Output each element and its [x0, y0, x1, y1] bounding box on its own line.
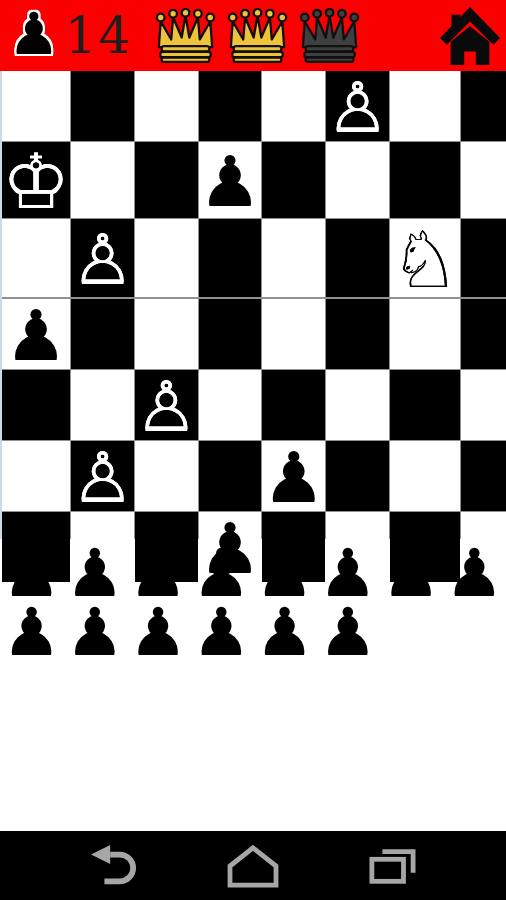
tray-slot-r0c7: ♟: [443, 544, 506, 603]
tray-slot-r1c0: ♟: [0, 603, 63, 662]
board-square-r5c0[interactable]: [2, 370, 70, 440]
board-square-r1c1[interactable]: [71, 142, 134, 218]
tray-slot-r1c2: ♟: [127, 603, 190, 662]
board-square-r4c3[interactable]: [199, 299, 262, 369]
board-square-r0c1[interactable]: [71, 71, 134, 141]
board-square-r2c3[interactable]: [199, 219, 262, 297]
board-square-r4c7[interactable]: [461, 299, 506, 369]
board-square-r5c4[interactable]: [262, 370, 325, 440]
board-square-r6c2[interactable]: [135, 441, 198, 511]
tray-slot-r1c6: [380, 603, 443, 662]
home-icon: [439, 4, 501, 68]
gray-queen-icon: [299, 8, 360, 63]
recents-button[interactable]: [364, 843, 420, 889]
board-square-r2c5[interactable]: [326, 219, 389, 297]
tray-slot-r1c5: ♟: [316, 603, 379, 662]
rating-queens: [155, 8, 360, 63]
reserve-black-pawn[interactable]: ♟: [382, 541, 441, 607]
tray-slot-r0c6: ♟: [380, 544, 443, 603]
reserve-black-pawn[interactable]: ♟: [65, 600, 124, 666]
board-square-r0c3[interactable]: [199, 71, 262, 141]
white-pawn[interactable]: ♙: [71, 443, 134, 513]
reserve-black-pawn[interactable]: ♟: [255, 600, 314, 666]
black-pawn-icon: ♟: [8, 5, 60, 63]
board-square-r2c7[interactable]: [461, 219, 506, 297]
reserve-black-pawn[interactable]: ♟: [2, 600, 61, 666]
board-square-r1c4[interactable]: [262, 142, 325, 218]
board-square-r0c7[interactable]: [461, 71, 506, 141]
board-square-r1c5[interactable]: [326, 142, 389, 218]
board-square-r2c0[interactable]: [2, 219, 70, 297]
level-number: 14: [65, 11, 133, 61]
home-button[interactable]: [439, 4, 501, 68]
board-square-r0c0[interactable]: [2, 71, 70, 141]
board-square-r2c6[interactable]: ♘: [390, 219, 460, 297]
board-square-r0c2[interactable]: [135, 71, 198, 141]
board-square-r6c0[interactable]: [2, 441, 70, 511]
board-square-r4c1[interactable]: [71, 299, 134, 369]
white-pawn[interactable]: ♙: [326, 73, 389, 143]
recents-icon: [364, 843, 420, 889]
black-pawn[interactable]: ♟: [199, 147, 262, 217]
board-square-r6c7[interactable]: [461, 441, 506, 511]
board-square-r5c3[interactable]: [199, 370, 262, 440]
board-square-r4c2[interactable]: [135, 299, 198, 369]
gold-queen-icon: [155, 8, 216, 63]
board-square-r0c6[interactable]: [390, 71, 460, 141]
board-square-r4c4[interactable]: [262, 299, 325, 369]
white-pawn[interactable]: ♙: [135, 372, 198, 442]
board-square-r5c5[interactable]: [326, 370, 389, 440]
board-square-r6c3[interactable]: [199, 441, 262, 511]
board-square-r5c6[interactable]: [390, 370, 460, 440]
reserve-black-pawn[interactable]: ♟: [192, 600, 251, 666]
gold-queen-icon: [227, 8, 288, 63]
app-screen: ♟ 14: [0, 0, 506, 900]
board-square-r4c6[interactable]: [390, 299, 460, 369]
board-square-r2c2[interactable]: [135, 219, 198, 297]
board-square-r4c5[interactable]: [326, 299, 389, 369]
tray-slot-r1c4: ♟: [253, 603, 316, 662]
board-square-r5c7[interactable]: [461, 370, 506, 440]
back-icon: [86, 843, 142, 889]
board-square-r1c3[interactable]: ♟: [199, 142, 262, 218]
header: ♟ 14: [0, 0, 506, 71]
board-square-r0c4[interactable]: [262, 71, 325, 141]
board-square-r0c5[interactable]: ♙: [326, 71, 389, 141]
home-nav-icon: [225, 843, 281, 889]
board-square-r6c1[interactable]: ♙: [71, 441, 134, 511]
chessboard: ♙♔♟♙♘♟♙♙♟♟: [0, 71, 506, 539]
android-navbar: [0, 831, 506, 900]
reserve-black-pawn[interactable]: ♟: [318, 600, 377, 666]
board-square-r6c5[interactable]: [326, 441, 389, 511]
black-pawn[interactable]: ♟: [5, 301, 68, 371]
board-square-r1c6[interactable]: [390, 142, 460, 218]
board-square-r1c7[interactable]: [461, 142, 506, 218]
board-square-r6c6[interactable]: [390, 441, 460, 511]
white-king[interactable]: ♔: [2, 144, 70, 220]
reserve-black-pawn[interactable]: ♟: [129, 600, 188, 666]
reserve-black-pawn[interactable]: ♟: [445, 541, 504, 607]
board-square-r6c4[interactable]: ♟: [262, 441, 325, 511]
board-square-r5c2[interactable]: ♙: [135, 370, 198, 440]
back-button[interactable]: [86, 843, 142, 889]
tray-slot-r1c3: ♟: [190, 603, 253, 662]
white-knight[interactable]: ♘: [390, 221, 460, 299]
tray-slot-r1c7: [443, 603, 506, 662]
board-square-r4c0[interactable]: ♟: [2, 299, 70, 369]
home-nav-button[interactable]: [225, 843, 281, 889]
board-square-r7c3[interactable]: ♟: [199, 512, 262, 582]
board-square-r2c4[interactable]: [262, 219, 325, 297]
board-square-r2c1[interactable]: ♙: [71, 219, 134, 297]
black-pawn[interactable]: ♟: [199, 514, 262, 584]
black-pawn[interactable]: ♟: [262, 443, 325, 513]
white-pawn[interactable]: ♙: [71, 225, 134, 295]
board-square-r1c2[interactable]: [135, 142, 198, 218]
board-square-r5c1[interactable]: [71, 370, 134, 440]
board-square-r1c0[interactable]: ♔: [2, 142, 70, 218]
tray-slot-r1c1: ♟: [63, 603, 126, 662]
